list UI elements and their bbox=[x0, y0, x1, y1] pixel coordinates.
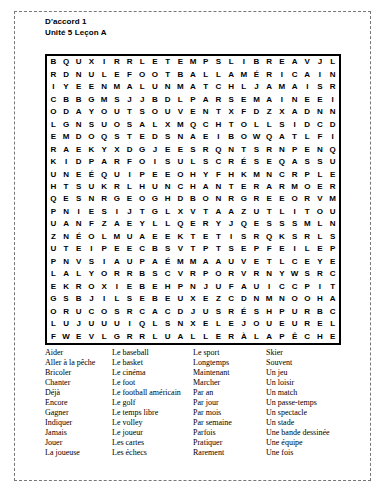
grid-cell[interactable]: U bbox=[250, 281, 263, 293]
grid-cell[interactable]: H bbox=[225, 81, 238, 93]
grid-cell[interactable]: P bbox=[276, 306, 289, 318]
grid-cell[interactable]: I bbox=[326, 93, 339, 105]
grid-cell[interactable]: F bbox=[123, 68, 136, 80]
grid-cell[interactable]: S bbox=[161, 131, 174, 143]
grid-cell[interactable]: X bbox=[276, 106, 289, 118]
grid-cell[interactable]: I bbox=[47, 81, 60, 93]
grid-cell[interactable]: S bbox=[326, 231, 339, 243]
grid-cell[interactable]: E bbox=[110, 243, 123, 255]
grid-cell[interactable]: R bbox=[301, 231, 314, 243]
grid-cell[interactable]: U bbox=[72, 306, 85, 318]
grid-cell[interactable]: S bbox=[110, 306, 123, 318]
grid-cell[interactable]: K bbox=[85, 143, 98, 155]
grid-cell[interactable]: S bbox=[149, 268, 162, 280]
grid-cell[interactable]: O bbox=[98, 106, 111, 118]
grid-cell[interactable]: I bbox=[263, 281, 276, 293]
grid-cell[interactable]: S bbox=[237, 231, 250, 243]
grid-cell[interactable]: E bbox=[72, 243, 85, 255]
grid-cell[interactable]: I bbox=[314, 281, 327, 293]
grid-cell[interactable]: Q bbox=[98, 131, 111, 143]
grid-cell[interactable]: O bbox=[250, 318, 263, 330]
grid-cell[interactable]: B bbox=[72, 93, 85, 105]
grid-cell[interactable]: S bbox=[123, 293, 136, 305]
grid-cell[interactable]: D bbox=[123, 143, 136, 155]
grid-cell[interactable]: E bbox=[199, 231, 212, 243]
grid-cell[interactable]: V bbox=[301, 56, 314, 68]
grid-cell[interactable]: E bbox=[250, 256, 263, 268]
grid-cell[interactable]: R bbox=[263, 143, 276, 155]
grid-cell[interactable]: Ê bbox=[288, 331, 301, 343]
grid-cell[interactable]: R bbox=[225, 193, 238, 205]
grid-cell[interactable]: T bbox=[237, 143, 250, 155]
grid-cell[interactable]: J bbox=[136, 93, 149, 105]
grid-cell[interactable]: S bbox=[250, 143, 263, 155]
grid-cell[interactable]: S bbox=[161, 156, 174, 168]
grid-cell[interactable]: S bbox=[85, 118, 98, 130]
grid-cell[interactable]: T bbox=[212, 243, 225, 255]
grid-cell[interactable]: R bbox=[250, 193, 263, 205]
grid-cell[interactable]: A bbox=[110, 218, 123, 230]
grid-cell[interactable]: B bbox=[136, 268, 149, 280]
grid-cell[interactable]: R bbox=[314, 268, 327, 280]
grid-cell[interactable]: E bbox=[250, 218, 263, 230]
grid-cell[interactable]: E bbox=[72, 81, 85, 93]
grid-cell[interactable]: E bbox=[149, 281, 162, 293]
grid-cell[interactable]: A bbox=[149, 306, 162, 318]
grid-cell[interactable]: D bbox=[149, 131, 162, 143]
grid-cell[interactable]: S bbox=[314, 81, 327, 93]
grid-cell[interactable]: E bbox=[60, 193, 73, 205]
grid-cell[interactable]: E bbox=[314, 93, 327, 105]
grid-cell[interactable]: L bbox=[225, 56, 238, 68]
grid-cell[interactable]: S bbox=[250, 156, 263, 168]
grid-cell[interactable]: L bbox=[263, 118, 276, 130]
grid-cell[interactable]: R bbox=[326, 181, 339, 193]
grid-cell[interactable]: A bbox=[199, 256, 212, 268]
grid-cell[interactable]: P bbox=[250, 243, 263, 255]
grid-cell[interactable]: X bbox=[161, 118, 174, 130]
grid-cell[interactable]: Q bbox=[212, 143, 225, 155]
grid-cell[interactable]: S bbox=[288, 218, 301, 230]
grid-cell[interactable]: N bbox=[72, 218, 85, 230]
grid-cell[interactable]: H bbox=[225, 168, 238, 180]
grid-cell[interactable]: T bbox=[123, 106, 136, 118]
grid-cell[interactable]: R bbox=[250, 231, 263, 243]
grid-cell[interactable]: E bbox=[263, 156, 276, 168]
grid-cell[interactable]: G bbox=[110, 193, 123, 205]
grid-cell[interactable]: M bbox=[174, 118, 187, 130]
grid-cell[interactable]: R bbox=[263, 56, 276, 68]
grid-cell[interactable]: C bbox=[288, 281, 301, 293]
grid-cell[interactable]: D bbox=[174, 306, 187, 318]
grid-cell[interactable]: N bbox=[161, 181, 174, 193]
grid-cell[interactable]: N bbox=[288, 93, 301, 105]
grid-cell[interactable]: Q bbox=[237, 218, 250, 230]
grid-cell[interactable]: U bbox=[110, 106, 123, 118]
grid-cell[interactable]: R bbox=[326, 81, 339, 93]
grid-cell[interactable]: R bbox=[123, 268, 136, 280]
grid-cell[interactable]: E bbox=[301, 143, 314, 155]
grid-cell[interactable]: N bbox=[174, 131, 187, 143]
grid-cell[interactable]: J bbox=[225, 218, 238, 230]
grid-cell[interactable]: I bbox=[123, 318, 136, 330]
grid-cell[interactable]: E bbox=[199, 318, 212, 330]
grid-cell[interactable]: O bbox=[85, 281, 98, 293]
grid-cell[interactable]: G bbox=[136, 143, 149, 155]
grid-cell[interactable]: R bbox=[250, 181, 263, 193]
grid-cell[interactable]: D bbox=[60, 106, 73, 118]
grid-cell[interactable]: S bbox=[276, 218, 289, 230]
grid-cell[interactable]: C bbox=[161, 268, 174, 280]
grid-cell[interactable]: A bbox=[136, 118, 149, 130]
grid-cell[interactable]: E bbox=[136, 293, 149, 305]
grid-cell[interactable]: A bbox=[263, 331, 276, 343]
grid-cell[interactable]: Q bbox=[187, 118, 200, 130]
grid-cell[interactable]: A bbox=[301, 68, 314, 80]
grid-cell[interactable]: N bbox=[60, 231, 73, 243]
grid-cell[interactable]: L bbox=[136, 81, 149, 93]
grid-cell[interactable]: O bbox=[237, 118, 250, 130]
grid-cell[interactable]: E bbox=[123, 243, 136, 255]
grid-cell[interactable]: X bbox=[110, 143, 123, 155]
grid-cell[interactable]: E bbox=[301, 256, 314, 268]
grid-cell[interactable]: B bbox=[72, 293, 85, 305]
grid-cell[interactable]: O bbox=[288, 293, 301, 305]
grid-cell[interactable]: N bbox=[326, 68, 339, 80]
grid-cell[interactable]: J bbox=[149, 143, 162, 155]
grid-cell[interactable]: R bbox=[225, 268, 238, 280]
grid-cell[interactable]: P bbox=[174, 281, 187, 293]
grid-cell[interactable]: I bbox=[60, 156, 73, 168]
grid-cell[interactable]: O bbox=[136, 193, 149, 205]
grid-cell[interactable]: U bbox=[47, 243, 60, 255]
grid-cell[interactable]: E bbox=[187, 218, 200, 230]
grid-cell[interactable]: S bbox=[98, 206, 111, 218]
grid-cell[interactable]: K bbox=[174, 231, 187, 243]
grid-cell[interactable]: P bbox=[199, 268, 212, 280]
grid-cell[interactable]: O bbox=[136, 68, 149, 80]
grid-cell[interactable]: I bbox=[110, 281, 123, 293]
grid-cell[interactable]: S bbox=[225, 93, 238, 105]
grid-cell[interactable]: L bbox=[161, 218, 174, 230]
grid-cell[interactable]: Q bbox=[136, 318, 149, 330]
grid-cell[interactable]: E bbox=[136, 131, 149, 143]
grid-cell[interactable]: C bbox=[288, 256, 301, 268]
grid-cell[interactable]: C bbox=[225, 293, 238, 305]
grid-cell[interactable]: D bbox=[237, 293, 250, 305]
grid-cell[interactable]: I bbox=[212, 131, 225, 143]
grid-cell[interactable]: Z bbox=[263, 106, 276, 118]
grid-cell[interactable]: P bbox=[199, 243, 212, 255]
grid-cell[interactable]: I bbox=[276, 68, 289, 80]
grid-cell[interactable]: I bbox=[85, 243, 98, 255]
grid-cell[interactable]: M bbox=[288, 181, 301, 193]
grid-cell[interactable]: F bbox=[85, 218, 98, 230]
grid-cell[interactable]: É bbox=[250, 68, 263, 80]
grid-cell[interactable]: M bbox=[110, 81, 123, 93]
grid-cell[interactable]: S bbox=[110, 93, 123, 105]
grid-cell[interactable]: L bbox=[314, 231, 327, 243]
grid-cell[interactable]: K bbox=[276, 231, 289, 243]
grid-cell[interactable]: T bbox=[199, 206, 212, 218]
grid-cell[interactable]: R bbox=[301, 318, 314, 330]
grid-cell[interactable]: D bbox=[250, 106, 263, 118]
grid-cell[interactable]: S bbox=[314, 156, 327, 168]
grid-cell[interactable]: N bbox=[276, 143, 289, 155]
grid-cell[interactable]: X bbox=[187, 293, 200, 305]
grid-cell[interactable]: G bbox=[47, 293, 60, 305]
grid-cell[interactable]: S bbox=[136, 106, 149, 118]
grid-cell[interactable]: N bbox=[161, 81, 174, 93]
grid-cell[interactable]: É bbox=[85, 168, 98, 180]
grid-cell[interactable]: Y bbox=[85, 268, 98, 280]
grid-cell[interactable]: A bbox=[288, 56, 301, 68]
grid-cell[interactable]: É bbox=[237, 306, 250, 318]
grid-cell[interactable]: J bbox=[237, 318, 250, 330]
grid-cell[interactable]: M bbox=[187, 56, 200, 68]
grid-cell[interactable]: A bbox=[263, 181, 276, 193]
grid-cell[interactable]: E bbox=[237, 243, 250, 255]
grid-cell[interactable]: I bbox=[237, 56, 250, 68]
grid-cell[interactable]: A bbox=[288, 106, 301, 118]
grid-cell[interactable]: M bbox=[187, 256, 200, 268]
grid-cell[interactable]: Y bbox=[98, 143, 111, 155]
grid-cell[interactable]: R bbox=[301, 193, 314, 205]
grid-cell[interactable]: U bbox=[174, 293, 187, 305]
grid-cell[interactable]: J bbox=[187, 306, 200, 318]
grid-cell[interactable]: O bbox=[288, 193, 301, 205]
grid-cell[interactable]: G bbox=[110, 331, 123, 343]
grid-cell[interactable]: N bbox=[85, 193, 98, 205]
grid-cell[interactable]: H bbox=[314, 331, 327, 343]
grid-cell[interactable]: T bbox=[161, 68, 174, 80]
grid-cell[interactable]: V bbox=[237, 256, 250, 268]
grid-cell[interactable]: L bbox=[149, 318, 162, 330]
grid-cell[interactable]: O bbox=[149, 106, 162, 118]
grid-cell[interactable]: L bbox=[314, 168, 327, 180]
grid-cell[interactable]: I bbox=[98, 293, 111, 305]
grid-cell[interactable]: Q bbox=[174, 218, 187, 230]
grid-cell[interactable]: A bbox=[98, 156, 111, 168]
grid-cell[interactable]: T bbox=[199, 81, 212, 93]
grid-cell[interactable]: D bbox=[161, 93, 174, 105]
grid-cell[interactable]: C bbox=[199, 118, 212, 130]
grid-cell[interactable]: A bbox=[187, 81, 200, 93]
grid-cell[interactable]: O bbox=[47, 106, 60, 118]
grid-cell[interactable]: Y bbox=[314, 256, 327, 268]
grid-cell[interactable]: G bbox=[85, 93, 98, 105]
grid-cell[interactable]: I bbox=[276, 93, 289, 105]
grid-cell[interactable]: L bbox=[314, 218, 327, 230]
grid-cell[interactable]: O bbox=[199, 193, 212, 205]
grid-cell[interactable]: O bbox=[85, 131, 98, 143]
grid-cell[interactable]: I bbox=[98, 56, 111, 68]
grid-cell[interactable]: L bbox=[174, 93, 187, 105]
grid-cell[interactable]: A bbox=[288, 156, 301, 168]
grid-cell[interactable]: E bbox=[314, 243, 327, 255]
grid-cell[interactable]: S bbox=[123, 118, 136, 130]
grid-cell[interactable]: I bbox=[288, 118, 301, 130]
grid-cell[interactable]: U bbox=[174, 156, 187, 168]
grid-cell[interactable]: A bbox=[276, 131, 289, 143]
grid-cell[interactable]: N bbox=[326, 106, 339, 118]
grid-cell[interactable]: S bbox=[161, 243, 174, 255]
grid-cell[interactable]: E bbox=[326, 256, 339, 268]
grid-cell[interactable]: I bbox=[149, 156, 162, 168]
grid-cell[interactable]: O bbox=[98, 268, 111, 280]
grid-cell[interactable]: U bbox=[72, 56, 85, 68]
grid-cell[interactable]: R bbox=[98, 193, 111, 205]
grid-cell[interactable]: P bbox=[136, 256, 149, 268]
grid-cell[interactable]: U bbox=[199, 306, 212, 318]
grid-cell[interactable]: S bbox=[110, 131, 123, 143]
grid-cell[interactable]: S bbox=[161, 318, 174, 330]
grid-cell[interactable]: C bbox=[326, 306, 339, 318]
grid-cell[interactable]: L bbox=[98, 231, 111, 243]
grid-cell[interactable]: Y bbox=[85, 106, 98, 118]
grid-cell[interactable]: B bbox=[149, 293, 162, 305]
grid-cell[interactable]: Q bbox=[60, 56, 73, 68]
grid-cell[interactable]: L bbox=[237, 81, 250, 93]
grid-cell[interactable]: U bbox=[326, 206, 339, 218]
grid-cell[interactable]: D bbox=[301, 106, 314, 118]
grid-cell[interactable]: A bbox=[174, 331, 187, 343]
grid-cell[interactable]: M bbox=[110, 231, 123, 243]
grid-cell[interactable]: R bbox=[136, 331, 149, 343]
grid-cell[interactable]: L bbox=[187, 331, 200, 343]
grid-cell[interactable]: N bbox=[263, 168, 276, 180]
grid-cell[interactable]: Q bbox=[263, 231, 276, 243]
grid-cell[interactable]: P bbox=[136, 168, 149, 180]
grid-cell[interactable]: E bbox=[85, 206, 98, 218]
grid-cell[interactable]: N bbox=[314, 106, 327, 118]
grid-cell[interactable]: U bbox=[85, 318, 98, 330]
grid-cell[interactable]: B bbox=[47, 56, 60, 68]
grid-cell[interactable]: I bbox=[314, 68, 327, 80]
grid-cell[interactable]: Z bbox=[237, 206, 250, 218]
grid-cell[interactable]: N bbox=[174, 318, 187, 330]
grid-cell[interactable]: F bbox=[237, 106, 250, 118]
grid-cell[interactable]: T bbox=[212, 106, 225, 118]
grid-cell[interactable]: E bbox=[199, 293, 212, 305]
grid-cell[interactable]: O bbox=[85, 231, 98, 243]
grid-cell[interactable]: G bbox=[149, 193, 162, 205]
grid-cell[interactable]: D bbox=[326, 118, 339, 130]
grid-cell[interactable]: T bbox=[326, 281, 339, 293]
grid-cell[interactable]: L bbox=[276, 206, 289, 218]
grid-cell[interactable]: E bbox=[263, 193, 276, 205]
grid-cell[interactable]: N bbox=[314, 143, 327, 155]
grid-cell[interactable]: E bbox=[72, 143, 85, 155]
grid-cell[interactable]: A bbox=[60, 218, 73, 230]
grid-cell[interactable]: R bbox=[110, 56, 123, 68]
grid-cell[interactable]: E bbox=[110, 68, 123, 80]
grid-cell[interactable]: L bbox=[149, 218, 162, 230]
grid-cell[interactable]: S bbox=[187, 143, 200, 155]
grid-cell[interactable]: E bbox=[72, 168, 85, 180]
grid-cell[interactable]: N bbox=[276, 293, 289, 305]
grid-cell[interactable]: T bbox=[60, 243, 73, 255]
grid-cell[interactable]: L bbox=[72, 268, 85, 280]
grid-cell[interactable]: I bbox=[288, 206, 301, 218]
grid-cell[interactable]: J bbox=[314, 56, 327, 68]
grid-cell[interactable]: F bbox=[47, 331, 60, 343]
grid-cell[interactable]: A bbox=[199, 181, 212, 193]
grid-cell[interactable]: U bbox=[161, 331, 174, 343]
grid-cell[interactable]: C bbox=[326, 268, 339, 280]
grid-cell[interactable]: E bbox=[123, 281, 136, 293]
grid-cell[interactable]: S bbox=[212, 306, 225, 318]
grid-cell[interactable]: M bbox=[301, 218, 314, 230]
grid-cell[interactable]: T bbox=[187, 231, 200, 243]
grid-cell[interactable]: H bbox=[136, 181, 149, 193]
grid-cell[interactable]: J bbox=[85, 293, 98, 305]
grid-cell[interactable]: E bbox=[161, 231, 174, 243]
grid-cell[interactable]: A bbox=[225, 206, 238, 218]
grid-cell[interactable]: N bbox=[250, 293, 263, 305]
grid-cell[interactable]: A bbox=[187, 68, 200, 80]
grid-cell[interactable]: Y bbox=[136, 218, 149, 230]
grid-cell[interactable]: H bbox=[212, 118, 225, 130]
grid-cell[interactable]: E bbox=[149, 168, 162, 180]
grid-cell[interactable]: U bbox=[110, 318, 123, 330]
grid-cell[interactable]: T bbox=[263, 256, 276, 268]
grid-cell[interactable]: I bbox=[123, 168, 136, 180]
grid-cell[interactable]: T bbox=[136, 206, 149, 218]
grid-cell[interactable]: U bbox=[288, 318, 301, 330]
grid-cell[interactable]: L bbox=[326, 318, 339, 330]
grid-cell[interactable]: E bbox=[326, 331, 339, 343]
grid-cell[interactable]: C bbox=[85, 306, 98, 318]
grid-cell[interactable]: N bbox=[98, 81, 111, 93]
grid-cell[interactable]: L bbox=[149, 118, 162, 130]
grid-cell[interactable]: T bbox=[60, 181, 73, 193]
grid-cell[interactable]: E bbox=[85, 81, 98, 93]
grid-cell[interactable]: E bbox=[276, 243, 289, 255]
grid-cell[interactable]: M bbox=[250, 93, 263, 105]
grid-cell[interactable]: A bbox=[199, 93, 212, 105]
grid-cell[interactable]: A bbox=[72, 106, 85, 118]
grid-cell[interactable]: W bbox=[288, 268, 301, 280]
grid-cell[interactable]: Q bbox=[326, 143, 339, 155]
grid-cell[interactable]: M bbox=[276, 81, 289, 93]
grid-cell[interactable]: U bbox=[149, 181, 162, 193]
grid-cell[interactable]: L bbox=[47, 268, 60, 280]
grid-cell[interactable]: E bbox=[237, 93, 250, 105]
grid-cell[interactable]: C bbox=[136, 306, 149, 318]
grid-cell[interactable]: E bbox=[237, 181, 250, 193]
grid-cell[interactable]: Y bbox=[212, 218, 225, 230]
grid-cell[interactable]: S bbox=[276, 118, 289, 130]
grid-cell[interactable]: R bbox=[72, 281, 85, 293]
grid-cell[interactable]: A bbox=[187, 131, 200, 143]
grid-cell[interactable]: E bbox=[161, 143, 174, 155]
grid-cell[interactable]: E bbox=[314, 181, 327, 193]
grid-cell[interactable]: P bbox=[98, 243, 111, 255]
grid-cell[interactable]: J bbox=[72, 318, 85, 330]
grid-cell[interactable]: Z bbox=[98, 218, 111, 230]
grid-cell[interactable]: O bbox=[237, 131, 250, 143]
grid-cell[interactable]: R bbox=[276, 181, 289, 193]
grid-cell[interactable]: R bbox=[187, 268, 200, 280]
grid-cell[interactable]: T bbox=[225, 118, 238, 130]
grid-cell[interactable]: P bbox=[326, 243, 339, 255]
grid-cell[interactable]: J bbox=[123, 93, 136, 105]
grid-cell[interactable]: X bbox=[225, 106, 238, 118]
grid-cell[interactable]: H bbox=[187, 168, 200, 180]
grid-cell[interactable]: D bbox=[72, 131, 85, 143]
grid-cell[interactable]: N bbox=[326, 218, 339, 230]
